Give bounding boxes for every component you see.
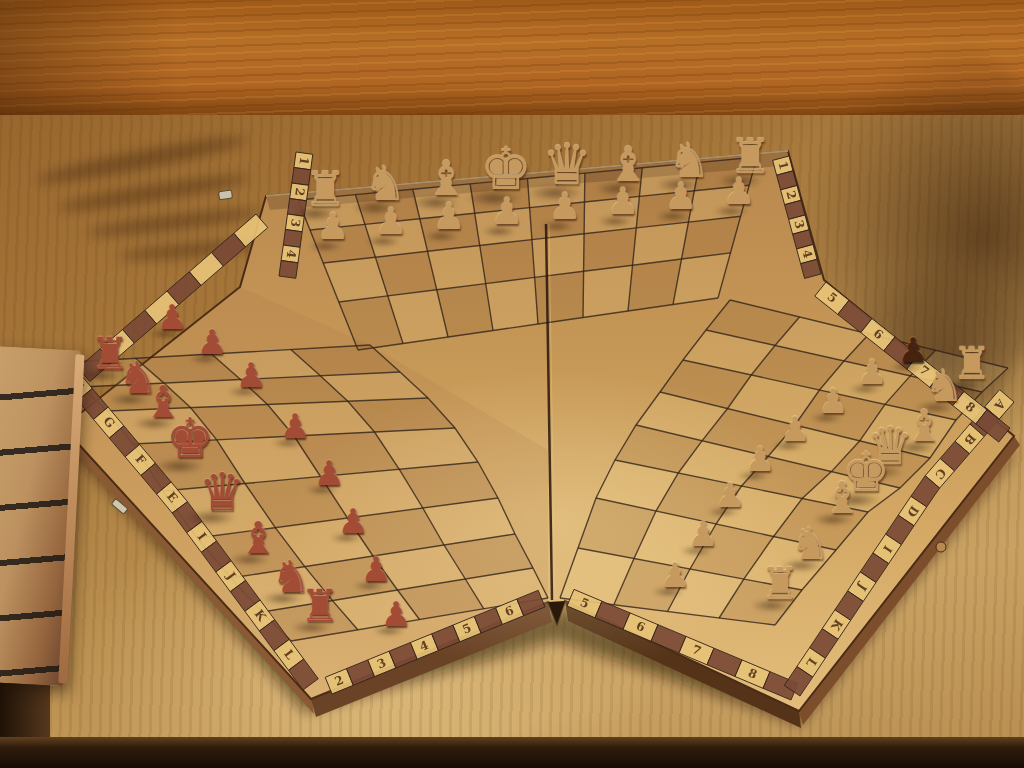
piece-left-p-2[interactable]: ♟ xyxy=(197,325,227,359)
piece-right-p-7[interactable]: ♟ xyxy=(688,517,718,551)
piece-right-p-6[interactable]: ♟ xyxy=(715,478,745,512)
piece-left-k-4[interactable]: ♚ xyxy=(166,412,214,466)
piece-left-r-8[interactable]: ♜ xyxy=(300,584,339,628)
piece-top-p-3[interactable]: ♟ xyxy=(433,199,466,236)
piece-left-p-1[interactable]: ♟ xyxy=(157,300,187,334)
piece-right-p-3[interactable]: ♟ xyxy=(818,384,848,418)
piece-left-p-7[interactable]: ♟ xyxy=(361,552,391,586)
piece-right-p-2[interactable]: ♟ xyxy=(857,355,887,389)
table-front-edge xyxy=(0,737,1024,768)
piece-left-p-6[interactable]: ♟ xyxy=(338,504,368,538)
piece-left-p-5[interactable]: ♟ xyxy=(314,456,344,490)
piece-top-p-4[interactable]: ♟ xyxy=(491,194,524,231)
piece-right-b-6[interactable]: ♝ xyxy=(822,476,861,520)
piece-right-p-5[interactable]: ♟ xyxy=(745,442,775,476)
photo-scene: 12341234HGFEIJKL234565678ABCDIJKL5678 ♜♞… xyxy=(0,0,1024,768)
piece-right-p-4[interactable]: ♟ xyxy=(780,412,810,446)
piece-top-p-5[interactable]: ♟ xyxy=(549,189,582,226)
piece-top-p-7[interactable]: ♟ xyxy=(665,179,698,216)
piece-right-p-8[interactable]: ♟ xyxy=(660,558,690,592)
piece-top-p-8[interactable]: ♟ xyxy=(723,174,756,211)
piece-right-r-8[interactable]: ♜ xyxy=(760,562,799,606)
piece-left-p-4[interactable]: ♟ xyxy=(280,409,310,443)
second-folded-board xyxy=(0,346,81,686)
piece-left-p-3[interactable]: ♟ xyxy=(236,358,266,392)
piece-top-p-1[interactable]: ♟ xyxy=(317,209,350,246)
piece-left-q-5[interactable]: ♛ xyxy=(199,466,246,518)
piece-top-p-2[interactable]: ♟ xyxy=(375,204,408,241)
piece-top-p-6[interactable]: ♟ xyxy=(607,184,640,221)
piece-left-p-8[interactable]: ♟ xyxy=(381,597,411,631)
